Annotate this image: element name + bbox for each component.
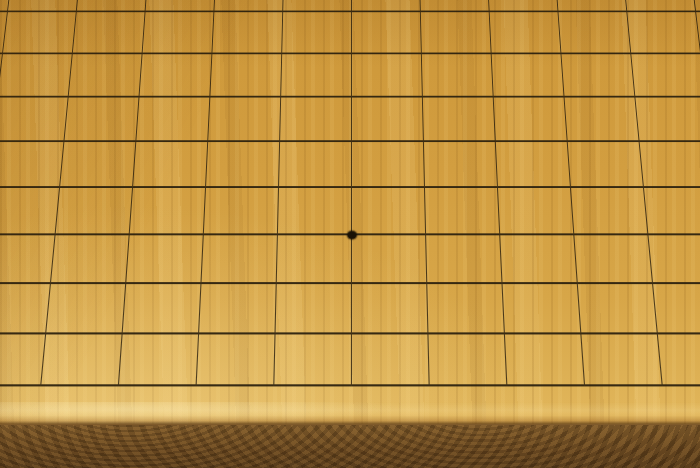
board-cell[interactable] [426, 235, 502, 284]
board-cell[interactable] [565, 98, 640, 143]
board-cell[interactable] [146, 0, 217, 12]
board-cell[interactable] [352, 284, 428, 334]
board-cell[interactable] [126, 235, 204, 284]
board-cell[interactable] [283, 0, 352, 12]
board-cell[interactable] [498, 188, 574, 235]
board-cell[interactable] [352, 188, 426, 235]
board-cell[interactable] [3, 12, 77, 54]
board-cell[interactable] [73, 12, 146, 54]
goban-side-end-grain [0, 424, 700, 468]
board-cell[interactable] [212, 12, 283, 54]
board-cell[interactable] [64, 98, 139, 143]
goban-front-chamfer [0, 402, 700, 424]
board-cell[interactable] [500, 235, 578, 284]
board-cell[interactable] [280, 98, 352, 143]
board-cell[interactable] [352, 98, 424, 143]
board-cell[interactable] [581, 334, 662, 386]
board-cell[interactable] [423, 98, 496, 143]
board-cell[interactable] [648, 235, 700, 284]
board-cell[interactable] [556, 0, 628, 12]
board-cell[interactable] [278, 188, 352, 235]
board-cell[interactable] [56, 188, 133, 235]
board-cell[interactable] [422, 54, 494, 97]
board-cell[interactable] [623, 0, 696, 12]
board-cell[interactable] [425, 188, 500, 235]
board-cell[interactable] [69, 54, 143, 97]
board-cell[interactable] [197, 334, 276, 386]
board-cell[interactable] [77, 0, 149, 12]
board-cell[interactable] [0, 98, 69, 143]
board-cell[interactable] [208, 98, 281, 143]
board-cell[interactable] [494, 98, 568, 143]
goban-grid [0, 0, 700, 440]
board-cell[interactable] [631, 54, 700, 97]
board-cell[interactable] [139, 54, 212, 97]
board-cell[interactable] [488, 0, 559, 12]
board-cell[interactable] [352, 54, 423, 97]
board-cell[interactable] [352, 334, 430, 386]
board-cell[interactable] [635, 98, 700, 143]
board-cell[interactable] [505, 334, 585, 386]
board-cell[interactable] [424, 142, 498, 188]
board-cell[interactable] [420, 0, 490, 12]
board-cell[interactable] [558, 12, 631, 54]
board-cell[interactable] [571, 188, 648, 235]
board-cell[interactable] [279, 142, 352, 188]
board-cell[interactable] [281, 54, 352, 97]
board-cell[interactable] [206, 142, 280, 188]
board-cell[interactable] [644, 188, 700, 235]
board-cell[interactable] [352, 235, 427, 284]
board-cell[interactable] [0, 235, 56, 284]
board-cell[interactable] [130, 188, 206, 235]
board-cell[interactable] [490, 12, 562, 54]
board-cell[interactable] [578, 284, 658, 334]
board-cell[interactable] [143, 12, 215, 54]
board-cell[interactable] [204, 188, 279, 235]
board-cell[interactable] [352, 12, 422, 54]
board-cell[interactable] [8, 0, 81, 12]
board-cell[interactable] [210, 54, 282, 97]
board-cell[interactable] [503, 284, 582, 334]
board-cell[interactable] [0, 284, 51, 334]
star-point-hoshi [347, 231, 356, 239]
board-cell[interactable] [0, 334, 46, 386]
board-cell[interactable] [658, 334, 700, 386]
board-cell[interactable] [133, 142, 208, 188]
board-cell[interactable] [277, 235, 352, 284]
board-cell[interactable] [492, 54, 565, 97]
board-cell[interactable] [60, 142, 136, 188]
board-cell[interactable] [41, 334, 122, 386]
board-cell[interactable] [568, 142, 644, 188]
board-cell[interactable] [51, 235, 130, 284]
board-cell[interactable] [276, 284, 352, 334]
board-cell[interactable] [0, 188, 60, 235]
board-cell[interactable] [653, 284, 700, 334]
board-cell[interactable] [421, 12, 492, 54]
board-cell[interactable] [427, 284, 505, 334]
board-cell[interactable] [352, 142, 425, 188]
board-cell[interactable] [627, 12, 700, 54]
board-cell[interactable] [46, 284, 126, 334]
board-cell[interactable] [640, 142, 700, 188]
board-cell[interactable] [199, 284, 277, 334]
board-cell[interactable] [352, 0, 421, 12]
board-cell[interactable] [274, 334, 352, 386]
board-cell[interactable] [119, 334, 199, 386]
board-cell[interactable] [136, 98, 210, 143]
board-cell[interactable] [496, 142, 571, 188]
board-cell[interactable] [561, 54, 635, 97]
board-cell[interactable] [0, 142, 64, 188]
goban-surface [0, 0, 700, 424]
board-cell[interactable] [123, 284, 202, 334]
goban-photo [0, 0, 700, 468]
board-cell[interactable] [574, 235, 653, 284]
board-cell[interactable] [0, 54, 73, 97]
board-cell[interactable] [428, 334, 507, 386]
board-cell[interactable] [214, 0, 284, 12]
board-cell[interactable] [201, 235, 277, 284]
board-cell[interactable] [282, 12, 352, 54]
